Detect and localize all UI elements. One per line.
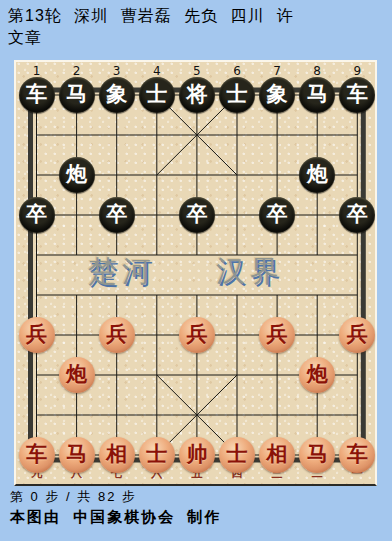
piece-red-soldier[interactable]: 兵 [179,317,215,353]
file-label-top-8: 8 [307,64,327,78]
piece-black-general[interactable]: 将 [179,77,215,113]
game-title: 第13轮 深圳 曹岩磊 先负 四川 许 文章 [8,5,386,49]
credit-text: 本图由 中国象棋协会 制作 [10,508,221,527]
file-label-top-5: 5 [187,64,207,78]
piece-black-cannon[interactable]: 炮 [59,157,95,193]
piece-red-elephant[interactable]: 相 [99,437,135,473]
piece-red-advisor[interactable]: 士 [139,437,175,473]
river-label-right: 汉界 [210,252,290,290]
river-label-left: 楚河 [82,252,162,290]
piece-black-soldier[interactable]: 卒 [259,197,295,233]
piece-black-soldier[interactable]: 卒 [179,197,215,233]
piece-black-soldier[interactable]: 卒 [99,197,135,233]
piece-black-elephant[interactable]: 象 [259,77,295,113]
piece-black-advisor[interactable]: 士 [139,77,175,113]
file-label-top-6: 6 [227,64,247,78]
page: 第13轮 深圳 曹岩磊 先负 四川 许 文章 楚河 汉界 123456789九八… [0,0,392,541]
piece-red-advisor[interactable]: 士 [219,437,255,473]
file-label-top-1: 1 [27,64,47,78]
move-counter: 第 0 步 / 共 82 步 [10,488,137,506]
game-title-line1: 第13轮 深圳 曹岩磊 先负 四川 许 [8,5,386,27]
piece-red-chariot[interactable]: 车 [19,437,55,473]
file-label-top-2: 2 [67,64,87,78]
piece-red-horse[interactable]: 马 [299,437,335,473]
piece-black-advisor[interactable]: 士 [219,77,255,113]
piece-red-cannon[interactable]: 炮 [299,357,335,393]
file-label-top-4: 4 [147,64,167,78]
piece-black-cannon[interactable]: 炮 [299,157,335,193]
piece-red-cannon[interactable]: 炮 [59,357,95,393]
file-label-top-9: 9 [347,64,367,78]
piece-red-soldier[interactable]: 兵 [259,317,295,353]
file-label-top-7: 7 [267,64,287,78]
piece-red-elephant[interactable]: 相 [259,437,295,473]
xiangqi-board[interactable]: 楚河 汉界 123456789九八七六五四三二一车马象士将士象马车炮炮卒卒卒卒卒… [14,60,377,486]
board-grid [16,62,375,484]
piece-black-horse[interactable]: 马 [299,77,335,113]
game-title-line2: 文章 [8,27,386,49]
piece-black-soldier[interactable]: 卒 [19,197,55,233]
piece-red-horse[interactable]: 马 [59,437,95,473]
file-label-top-3: 3 [107,64,127,78]
piece-black-elephant[interactable]: 象 [99,77,135,113]
piece-red-soldier[interactable]: 兵 [19,317,55,353]
piece-red-general[interactable]: 帅 [179,437,215,473]
piece-black-horse[interactable]: 马 [59,77,95,113]
piece-black-chariot[interactable]: 车 [19,77,55,113]
piece-red-soldier[interactable]: 兵 [99,317,135,353]
